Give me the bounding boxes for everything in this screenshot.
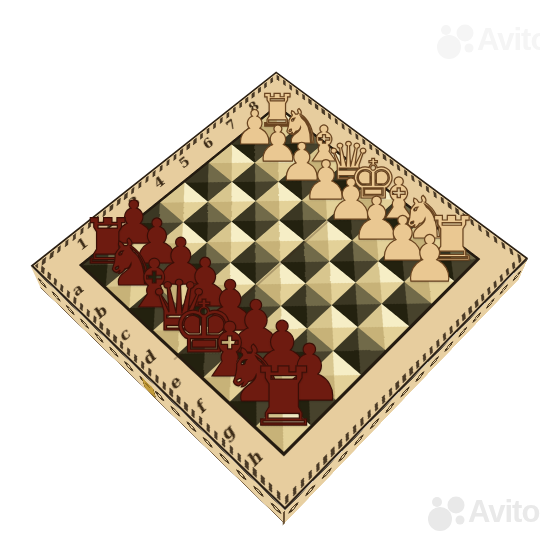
square-h7 (405, 260, 455, 304)
rank-label-6: 6 (194, 134, 220, 155)
square-h5 (358, 304, 409, 350)
square-e2 (205, 306, 256, 352)
square-e1 (178, 330, 230, 377)
square-g5 (331, 282, 381, 327)
square-e3 (230, 284, 280, 329)
square-g3 (282, 328, 334, 375)
product-photo-stage: abcdefgh12345678 ♜♞♝♛♚♝♞♜♟♟♟♟♟♟♟♟♟♟♟♟♟♟♟… (0, 0, 540, 540)
square-f5 (305, 261, 355, 305)
avito-logo-icon (436, 20, 474, 60)
board-top-face: abcdefgh12345678 (31, 71, 529, 510)
square-c1 (129, 285, 180, 330)
square-g6 (355, 261, 405, 305)
watermark-avito-bottom: Avito (427, 492, 539, 532)
square-e4 (256, 262, 306, 306)
file-label-a: a (62, 278, 91, 303)
watermark-avito-top: Avito (436, 20, 540, 60)
rank-label-8: 8 (241, 97, 267, 117)
square-f1 (203, 353, 256, 402)
square-b1 (106, 264, 156, 308)
square-g1 (229, 376, 282, 426)
rank-label-7: 7 (218, 115, 244, 136)
square-f4 (281, 283, 331, 328)
square-d1 (153, 307, 204, 353)
square-d2 (180, 285, 231, 330)
chess-board-3d: abcdefgh12345678 (31, 71, 529, 510)
square-g2 (256, 352, 309, 401)
square-f3 (256, 306, 307, 352)
square-f2 (230, 329, 282, 376)
watermark-text: Avito (468, 494, 539, 530)
square-h2 (283, 375, 336, 425)
square-h4 (334, 327, 386, 374)
square-g4 (307, 305, 358, 351)
square-h3 (309, 351, 361, 400)
square-h6 (382, 282, 432, 327)
square-c2 (156, 263, 206, 307)
square-h1 (256, 400, 310, 451)
playing-field (79, 105, 481, 457)
square-d3 (206, 263, 256, 307)
watermark-text: Avito (477, 22, 540, 58)
avito-logo-icon (427, 492, 465, 532)
